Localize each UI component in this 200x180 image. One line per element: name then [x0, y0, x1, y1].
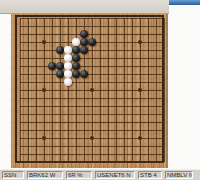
status-segment-1: BRK62 W [27, 171, 63, 179]
status-bar: SSNBRK62 W6R %USENET6 NSTB 4NMBLV N [0, 169, 200, 180]
star-point-icon [42, 136, 46, 140]
stone-black-H14[interactable] [72, 54, 80, 62]
star-point-icon [42, 40, 46, 44]
star-point-icon [138, 88, 142, 92]
grid-line-h-16 [20, 146, 164, 147]
status-segment-5: NMBLV N [165, 171, 193, 179]
star-point-icon [138, 136, 142, 140]
stone-black-H13[interactable] [72, 62, 80, 70]
stone-white-G14[interactable] [64, 54, 72, 62]
grid-line-h-6 [20, 66, 164, 67]
stone-black-H12[interactable] [72, 70, 80, 78]
stone-black-F12[interactable] [56, 70, 64, 78]
stone-black-J12[interactable] [80, 70, 88, 78]
toolbar-strip [0, 0, 169, 14]
grid-line-v-18 [164, 18, 165, 162]
stone-black-F13[interactable] [56, 62, 64, 70]
star-point-icon [42, 88, 46, 92]
star-point-icon [138, 40, 142, 44]
stone-black-H15[interactable] [72, 46, 80, 54]
stone-black-J15[interactable] [80, 46, 88, 54]
status-segment-3: USENET6 N [95, 171, 135, 179]
grid-line-h-13 [20, 122, 164, 123]
grid-line-h-8 [20, 82, 164, 83]
status-segment-0: SSN [2, 171, 24, 179]
star-point-icon [90, 136, 94, 140]
stone-white-G13[interactable] [64, 62, 72, 70]
stone-white-G11[interactable] [64, 78, 72, 86]
stone-black-J17[interactable] [80, 30, 88, 38]
stone-black-K16[interactable] [88, 38, 96, 46]
app-window: SSNBRK62 W6R %USENET6 NSTB 4NMBLV N [0, 0, 200, 180]
grid-line-h-4 [20, 50, 164, 51]
grid-line-h-18 [20, 162, 164, 163]
grid-line-h-1 [20, 26, 164, 27]
stone-white-H16[interactable] [72, 38, 80, 46]
grid-line-h-14 [20, 130, 164, 131]
status-segment-2: 6R % [66, 171, 92, 179]
grid-line-h-0 [20, 18, 164, 19]
grid-line-h-10 [20, 98, 164, 99]
stone-black-J16[interactable] [80, 38, 88, 46]
grid-line-h-11 [20, 106, 164, 107]
stone-white-G15[interactable] [64, 46, 72, 54]
stone-black-E13[interactable] [48, 62, 56, 70]
grid-line-h-5 [20, 58, 164, 59]
stone-black-F15[interactable] [56, 46, 64, 54]
grid-line-h-2 [20, 34, 164, 35]
stone-white-G12[interactable] [64, 70, 72, 78]
grid-line-h-17 [20, 154, 164, 155]
grid-line-h-7 [20, 74, 164, 75]
grid-line-h-12 [20, 114, 164, 115]
star-point-icon [90, 88, 94, 92]
go-board[interactable] [11, 14, 168, 168]
title-bar-fragment [169, 0, 200, 5]
status-segment-4: STB 4 [138, 171, 162, 179]
